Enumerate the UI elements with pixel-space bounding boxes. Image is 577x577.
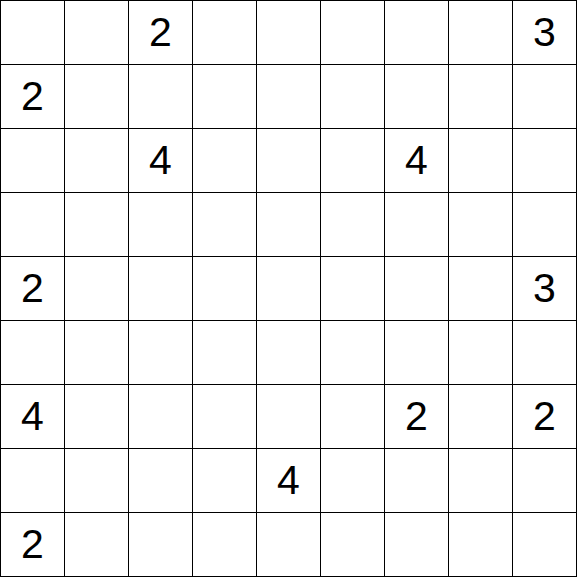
cell-r6c5[interactable] [257,321,321,385]
cell-r7c9-clue: 2 [513,385,577,449]
cell-r4c4[interactable] [193,193,257,257]
cell-r2c8[interactable] [449,65,513,129]
cell-r8c2[interactable] [65,449,129,513]
cell-r5c9-clue: 3 [513,257,577,321]
cell-r9c5[interactable] [257,513,321,577]
cell-r5c6[interactable] [321,257,385,321]
cell-r2c1-clue: 2 [1,65,65,129]
cell-r2c6[interactable] [321,65,385,129]
cell-r4c8[interactable] [449,193,513,257]
minesweeper-board: 232442342242 [0,0,577,577]
cell-r1c6[interactable] [321,1,385,65]
cell-r8c4[interactable] [193,449,257,513]
cell-r9c1-clue: 2 [1,513,65,577]
cell-r2c9[interactable] [513,65,577,129]
cell-r3c8[interactable] [449,129,513,193]
cell-r6c8[interactable] [449,321,513,385]
cell-r3c5[interactable] [257,129,321,193]
cell-r3c7-clue: 4 [385,129,449,193]
cell-r5c1-clue: 2 [1,257,65,321]
cell-r8c7[interactable] [385,449,449,513]
cell-r1c4[interactable] [193,1,257,65]
cell-r2c7[interactable] [385,65,449,129]
cell-r1c8[interactable] [449,1,513,65]
cell-r4c2[interactable] [65,193,129,257]
cell-r7c6[interactable] [321,385,385,449]
cell-r5c4[interactable] [193,257,257,321]
cell-r8c1[interactable] [1,449,65,513]
cell-r6c2[interactable] [65,321,129,385]
cell-r4c1[interactable] [1,193,65,257]
cell-r7c1-clue: 4 [1,385,65,449]
cell-r9c3[interactable] [129,513,193,577]
cell-r2c3[interactable] [129,65,193,129]
cell-r4c9[interactable] [513,193,577,257]
cell-r8c6[interactable] [321,449,385,513]
cell-r5c3[interactable] [129,257,193,321]
cell-r1c5[interactable] [257,1,321,65]
cell-r8c5-clue: 4 [257,449,321,513]
cell-r6c4[interactable] [193,321,257,385]
cell-r3c4[interactable] [193,129,257,193]
cell-r1c1[interactable] [1,1,65,65]
cell-r6c1[interactable] [1,321,65,385]
cell-r8c3[interactable] [129,449,193,513]
cell-r3c2[interactable] [65,129,129,193]
cell-r7c4[interactable] [193,385,257,449]
cell-r3c1[interactable] [1,129,65,193]
cell-r3c9[interactable] [513,129,577,193]
cell-r7c2[interactable] [65,385,129,449]
cell-r4c6[interactable] [321,193,385,257]
cell-r7c8[interactable] [449,385,513,449]
cell-r1c9-clue: 3 [513,1,577,65]
cell-r1c2[interactable] [65,1,129,65]
cell-r6c6[interactable] [321,321,385,385]
cell-r8c8[interactable] [449,449,513,513]
cell-r9c7[interactable] [385,513,449,577]
cell-r6c7[interactable] [385,321,449,385]
cell-r1c3-clue: 2 [129,1,193,65]
cell-r5c5[interactable] [257,257,321,321]
cell-r9c4[interactable] [193,513,257,577]
cell-r7c7-clue: 2 [385,385,449,449]
cell-r5c2[interactable] [65,257,129,321]
cell-r4c7[interactable] [385,193,449,257]
cell-r2c5[interactable] [257,65,321,129]
cell-r9c2[interactable] [65,513,129,577]
cell-r7c3[interactable] [129,385,193,449]
cell-r7c5[interactable] [257,385,321,449]
cell-r2c4[interactable] [193,65,257,129]
cell-r4c5[interactable] [257,193,321,257]
cell-r6c3[interactable] [129,321,193,385]
cell-r5c7[interactable] [385,257,449,321]
cell-r9c8[interactable] [449,513,513,577]
cell-r3c6[interactable] [321,129,385,193]
cell-r9c6[interactable] [321,513,385,577]
cell-r8c9[interactable] [513,449,577,513]
cell-r6c9[interactable] [513,321,577,385]
cell-r2c2[interactable] [65,65,129,129]
cell-r3c3-clue: 4 [129,129,193,193]
cell-r5c8[interactable] [449,257,513,321]
cell-r4c3[interactable] [129,193,193,257]
cell-r1c7[interactable] [385,1,449,65]
cell-r9c9[interactable] [513,513,577,577]
